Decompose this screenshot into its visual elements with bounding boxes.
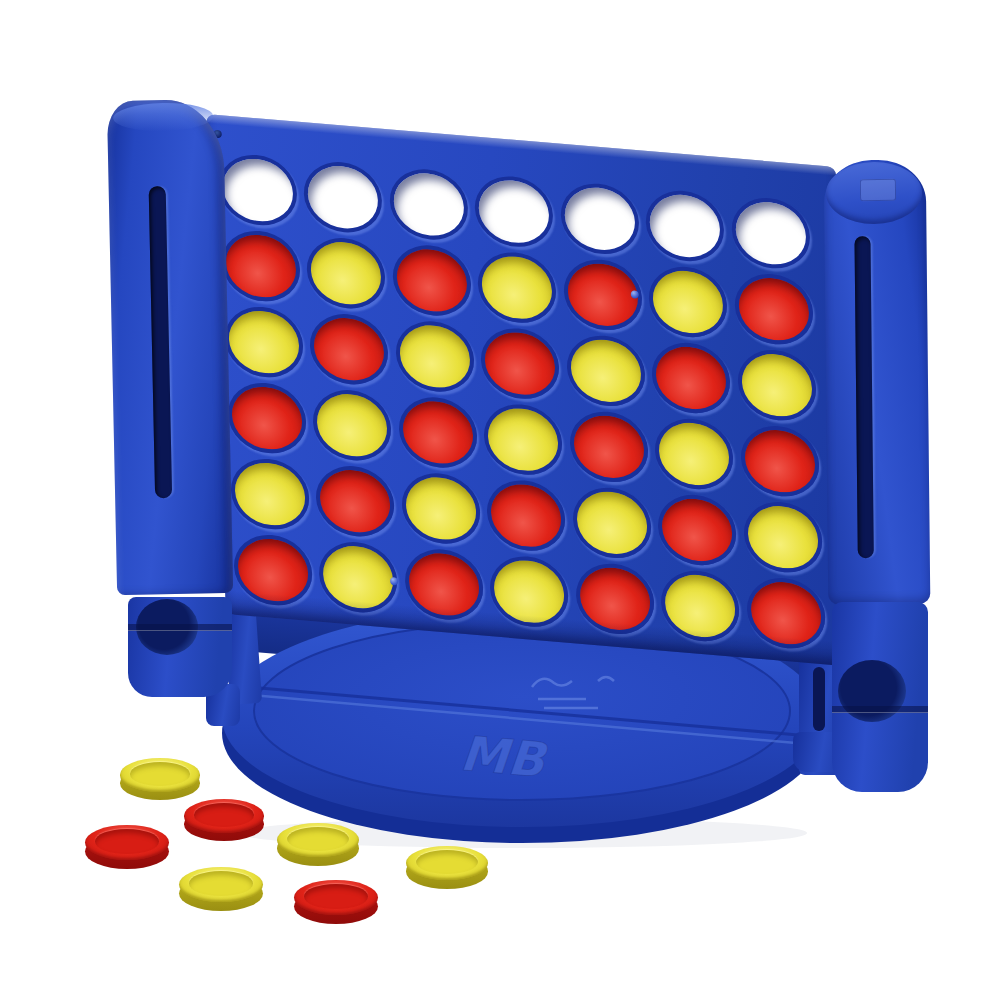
disc-red: [733, 271, 814, 348]
disc-red: [480, 325, 561, 402]
grid-cell-r2c6[interactable]: [640, 256, 729, 339]
disc-inner: [416, 850, 478, 874]
disc-red: [739, 423, 820, 500]
connect-four-product-photo: MB: [0, 0, 1000, 1000]
left-foot-groove: [128, 624, 232, 631]
disc-red: [315, 463, 396, 540]
disc-red: [391, 242, 472, 319]
disc-inner: [287, 827, 349, 851]
disc-yellow: [394, 318, 475, 395]
grid-cell-r4c1[interactable]: [218, 372, 307, 455]
game-board-panel: [206, 114, 856, 667]
loose-disc-yellow[interactable]: [120, 758, 200, 800]
empty-hole: [645, 188, 726, 265]
disc-inner: [130, 762, 191, 786]
empty-hole: [217, 152, 298, 229]
disc-yellow: [660, 568, 741, 645]
right-pillar-foot: [832, 602, 928, 792]
disc-yellow: [742, 499, 823, 576]
loose-disc-red[interactable]: [294, 880, 378, 924]
grid-cell-r4c2[interactable]: [304, 379, 393, 462]
disc-red: [745, 575, 826, 652]
grid-cell-r5c4[interactable]: [478, 470, 567, 553]
disc-red: [397, 394, 478, 471]
grid-cell-r6c3[interactable]: [395, 539, 484, 622]
board-grid: [209, 144, 826, 650]
disc-red: [568, 409, 649, 486]
empty-hole: [388, 166, 469, 243]
grid-cell-r4c4[interactable]: [475, 394, 564, 477]
disc-red: [486, 477, 567, 554]
right-pillar-cap: [826, 162, 923, 225]
disc-yellow: [400, 470, 481, 547]
disc-red: [651, 340, 732, 417]
disc-yellow: [318, 539, 399, 616]
grid-cell-r3c6[interactable]: [643, 332, 732, 415]
disc-inner: [194, 803, 255, 827]
empty-hole: [474, 173, 555, 250]
grid-cell-r2c5[interactable]: [554, 249, 643, 332]
left-pillar-slot: [149, 186, 173, 498]
right-foot-groove: [832, 706, 928, 713]
empty-hole: [303, 159, 384, 236]
grid-cell-r1c6[interactable]: [637, 180, 726, 263]
grid-cell-r2c2[interactable]: [298, 227, 387, 310]
disc-yellow: [565, 333, 646, 410]
grid-cell-r6c6[interactable]: [652, 560, 741, 643]
molding-pin: [631, 290, 639, 299]
disc-red: [232, 532, 313, 609]
disc-red: [220, 228, 301, 305]
grid-cell-r2c7[interactable]: [725, 263, 814, 346]
right-pillar-slot: [854, 236, 873, 558]
grid-cell-r1c3[interactable]: [380, 159, 469, 242]
grid-cell-r6c4[interactable]: [481, 546, 570, 629]
grid-cell-r5c3[interactable]: [392, 463, 481, 546]
grid-cell-r3c3[interactable]: [386, 311, 475, 394]
disc-yellow: [489, 553, 570, 630]
disc-yellow: [736, 347, 817, 424]
grid-cell-r1c7[interactable]: [722, 187, 811, 270]
grid-cell-r5c5[interactable]: [563, 477, 652, 560]
disc-inner: [95, 829, 159, 854]
empty-hole: [730, 195, 811, 272]
grid-cell-r4c7[interactable]: [731, 415, 820, 498]
disc-yellow: [306, 235, 387, 312]
hasbro-stamp-icon: [860, 179, 896, 201]
disc-yellow: [648, 264, 729, 341]
grid-cell-r6c5[interactable]: [566, 553, 655, 636]
grid-cell-r6c1[interactable]: [224, 524, 313, 607]
left-pillar-foot: [128, 597, 232, 697]
disc-red: [403, 546, 484, 623]
grid-cell-r6c7[interactable]: [737, 567, 826, 650]
disc-yellow: [229, 456, 310, 533]
embossed-logo: MB: [458, 725, 550, 788]
molding-pin: [390, 577, 398, 586]
disc-inner: [304, 884, 368, 909]
grid-cell-r6c2[interactable]: [310, 531, 399, 614]
grid-cell-r1c2[interactable]: [295, 151, 384, 234]
disc-red: [309, 311, 390, 388]
disc-yellow: [483, 401, 564, 478]
grid-cell-r2c3[interactable]: [383, 235, 472, 318]
disc-red: [574, 561, 655, 638]
grid-cell-r5c2[interactable]: [307, 455, 396, 538]
grid-cell-r1c4[interactable]: [466, 166, 555, 249]
grid-cell-r5c7[interactable]: [734, 491, 823, 574]
disc-yellow: [223, 304, 304, 381]
loose-disc-red[interactable]: [184, 799, 264, 841]
grid-cell-r4c3[interactable]: [389, 387, 478, 470]
right-side-pillar: [824, 159, 931, 604]
loose-disc-yellow[interactable]: [277, 823, 359, 866]
disc-yellow: [312, 387, 393, 464]
grid-cell-r4c5[interactable]: [560, 401, 649, 484]
grid-cell-r5c6[interactable]: [649, 484, 738, 567]
disc-red: [657, 492, 738, 569]
loose-disc-yellow[interactable]: [179, 867, 263, 911]
grid-cell-r3c7[interactable]: [728, 339, 817, 422]
left-side-pillar: [107, 99, 233, 595]
disc-red: [226, 380, 307, 457]
grid-cell-r3c2[interactable]: [301, 303, 390, 386]
disc-yellow: [477, 249, 558, 326]
grid-cell-r5c1[interactable]: [221, 448, 310, 531]
loose-disc-yellow[interactable]: [406, 846, 488, 889]
grid-cell-r2c4[interactable]: [469, 242, 558, 325]
grid-cell-r3c5[interactable]: [557, 325, 646, 408]
disc-yellow: [571, 485, 652, 562]
grid-cell-r3c1[interactable]: [215, 296, 304, 379]
loose-disc-red[interactable]: [85, 825, 169, 869]
empty-hole: [559, 181, 640, 258]
grid-cell-r3c4[interactable]: [472, 318, 561, 401]
grid-cell-r4c6[interactable]: [646, 408, 735, 491]
disc-yellow: [654, 416, 735, 493]
disc-inner: [189, 871, 253, 896]
grid-cell-r1c5[interactable]: [551, 173, 640, 256]
